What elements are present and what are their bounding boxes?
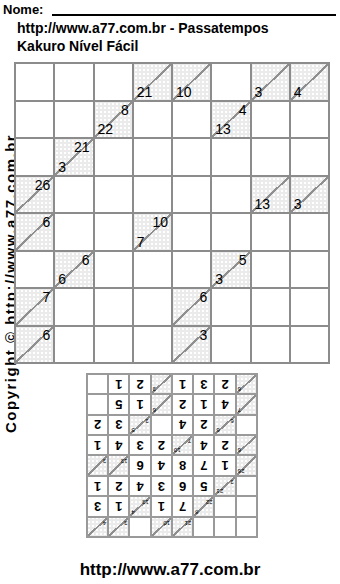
solution-digit-cell: 2 — [87, 415, 108, 435]
block-cell — [215, 517, 236, 537]
clue-cell: 7 — [15, 288, 54, 326]
across-clue: 7 — [42, 290, 50, 304]
entry-cell[interactable] — [172, 138, 211, 176]
solution-digit-cell: 1 — [87, 435, 108, 455]
down-clue: 7 — [137, 235, 145, 249]
clue-cell: 53 — [130, 415, 151, 435]
solution-digit-cell: 3 — [108, 415, 129, 435]
clue-cell: 4 — [290, 63, 329, 101]
block-cell — [290, 326, 329, 364]
down-clue: 21 — [185, 519, 192, 526]
clue-cell: 7 — [236, 394, 257, 414]
entry-cell[interactable] — [54, 288, 93, 326]
across-clue: 6 — [42, 328, 50, 342]
entry-cell[interactable] — [54, 176, 93, 214]
entry-cell[interactable] — [54, 326, 93, 364]
clue-cell: 213 — [54, 138, 93, 176]
across-clue: 26 — [238, 467, 245, 474]
entry-cell[interactable] — [133, 251, 172, 289]
entry-cell[interactable] — [290, 251, 329, 289]
entry-cell[interactable] — [172, 101, 211, 139]
down-clue: 3 — [124, 519, 127, 526]
down-clue: 6 — [230, 417, 233, 424]
across-clue: 21 — [74, 140, 90, 154]
name-label: Nome: — [3, 2, 43, 17]
down-clue: 3 — [215, 272, 223, 286]
down-clue: 3 — [58, 160, 66, 174]
across-clue: 3 — [199, 328, 207, 342]
solution-digit-cell: 4 — [193, 435, 214, 455]
solution-digit-cell: 4 — [215, 394, 236, 414]
entry-cell[interactable] — [133, 101, 172, 139]
solution-digit-cell: 4 — [151, 456, 172, 476]
entry-cell[interactable] — [251, 251, 290, 289]
solution-digit-cell: 1 — [130, 394, 151, 414]
entry-cell[interactable] — [251, 326, 290, 364]
block-cell — [172, 251, 211, 289]
solution-digit-cell: 1 — [108, 374, 129, 394]
solution-digit-cell: 7 — [193, 456, 214, 476]
entry-cell[interactable] — [211, 138, 250, 176]
clue-cell: 3 — [151, 374, 172, 394]
across-clue: 8 — [195, 508, 198, 515]
across-clue: 6 — [42, 215, 50, 229]
solution-digit-cell: 5 — [108, 394, 129, 414]
across-clue: 7 — [238, 406, 241, 413]
clue-cell: 10 — [172, 63, 211, 101]
down-clue: 13 — [215, 122, 231, 136]
solution-digit-cell: 7 — [172, 496, 193, 516]
solution-digit-cell: 1 — [87, 476, 108, 496]
clue-cell: 6 — [151, 394, 172, 414]
clue-cell: 21 — [133, 63, 172, 101]
block-cell — [15, 101, 54, 139]
solution-digit-cell: 3 — [87, 496, 108, 516]
solution-digit-cell: 1 — [215, 456, 236, 476]
kakuro-puzzle-grid: 21103482241321326133610766537663 — [14, 62, 330, 364]
across-clue: 6 — [82, 253, 90, 267]
entry-cell[interactable] — [133, 326, 172, 364]
across-clue: 5 — [239, 253, 247, 267]
clue-cell: 413 — [211, 101, 250, 139]
block-cell — [193, 517, 214, 537]
across-clue: 6 — [238, 385, 241, 392]
clue-cell: 3 — [172, 326, 211, 364]
across-clue: 4 — [239, 103, 247, 117]
clue-cell: 66 — [54, 251, 93, 289]
name-blank-line — [52, 2, 336, 16]
down-clue: 7 — [188, 437, 191, 444]
clue-cell: 3 — [251, 63, 290, 101]
solution-digit-cell: 4 — [172, 415, 193, 435]
entry-cell[interactable] — [54, 213, 93, 251]
across-clue: 26 — [35, 178, 51, 192]
down-clue: 13 — [121, 458, 128, 465]
solution-digit-cell: 3 — [130, 435, 151, 455]
clue-cell: 3 — [87, 456, 108, 476]
solution-digit-cell: 1 — [172, 374, 193, 394]
site-tagline: http://www.a77.com.br - Passatempos — [17, 20, 269, 36]
block-cell — [87, 374, 108, 394]
puzzle-title: Kakuro Nível Fácil — [17, 38, 138, 54]
down-clue: 4 — [103, 519, 106, 526]
solution-digit-cell: 4 — [108, 435, 129, 455]
clue-cell: 6 — [15, 326, 54, 364]
solution-digit-cell: 1 — [108, 496, 129, 516]
clue-cell: 822 — [193, 496, 214, 516]
across-clue: 21 — [217, 487, 224, 494]
clue-cell: 6 — [15, 213, 54, 251]
clue-cell: 3 — [290, 176, 329, 214]
clue-cell: 6 — [236, 374, 257, 394]
down-clue: 22 — [206, 498, 213, 505]
solution-digit-cell: 1 — [151, 496, 172, 516]
solution-digit-cell: 2 — [215, 374, 236, 394]
clue-cell: 822 — [94, 101, 133, 139]
solution-digit-cell: 1 — [193, 394, 214, 414]
across-clue: 10 — [152, 215, 168, 229]
entry-cell[interactable] — [211, 213, 250, 251]
entry-cell[interactable] — [251, 288, 290, 326]
clue-cell: 4 — [87, 517, 108, 537]
entry-cell[interactable] — [251, 101, 290, 139]
solution-digit-cell: 2 — [108, 476, 129, 496]
clue-cell: 66 — [215, 415, 236, 435]
entry-cell[interactable] — [211, 176, 250, 214]
across-clue: 6 — [153, 406, 156, 413]
down-clue: 3 — [230, 478, 233, 485]
kakuro-solution-grid-rotated: 2110348227141313213563421261784613362410… — [86, 373, 258, 538]
clue-cell: 13 — [251, 176, 290, 214]
solution-digit-cell: 4 — [130, 476, 151, 496]
clue-cell: 6 — [236, 435, 257, 455]
across-clue: 10 — [174, 447, 181, 454]
footer-url: http://www.a77.com.br — [0, 560, 340, 580]
block-cell — [236, 476, 257, 496]
block-cell — [87, 394, 108, 414]
clue-cell: 10 — [151, 517, 172, 537]
block-cell — [15, 251, 54, 289]
solution-digit-cell: 2 — [151, 435, 172, 455]
block-cell — [236, 415, 257, 435]
entry-cell[interactable] — [251, 213, 290, 251]
block-cell — [236, 496, 257, 516]
block-cell — [54, 101, 93, 139]
across-clue: 3 — [153, 385, 156, 392]
clue-cell: 13 — [108, 456, 129, 476]
block-cell — [290, 288, 329, 326]
down-clue: 13 — [255, 197, 271, 211]
block-cell — [236, 517, 257, 537]
entry-cell[interactable] — [94, 288, 133, 326]
solution-digit-cell: 5 — [193, 476, 214, 496]
entry-cell[interactable] — [172, 176, 211, 214]
down-clue: 3 — [255, 85, 263, 99]
down-clue: 21 — [137, 85, 153, 99]
block-cell — [15, 63, 54, 101]
clue-cell: 53 — [211, 251, 250, 289]
solution-digit-cell: 2 — [172, 394, 193, 414]
down-clue: 10 — [163, 519, 170, 526]
block-cell — [215, 496, 236, 516]
entry-cell[interactable] — [211, 326, 250, 364]
entry-cell[interactable] — [290, 213, 329, 251]
down-clue: 6 — [58, 272, 66, 286]
down-clue: 22 — [98, 122, 114, 136]
clue-cell: 107 — [133, 213, 172, 251]
clue-cell: 21 — [172, 517, 193, 537]
entry-cell[interactable] — [94, 138, 133, 176]
solution-digit-cell: 3 — [193, 374, 214, 394]
solution-digit-cell: 2 — [215, 435, 236, 455]
clue-cell: 107 — [172, 435, 193, 455]
entry-cell[interactable] — [133, 138, 172, 176]
block-cell — [54, 63, 93, 101]
block-cell — [15, 138, 54, 176]
solution-digit-cell: 8 — [172, 456, 193, 476]
clue-cell: 26 — [236, 456, 257, 476]
entry-cell[interactable] — [211, 288, 250, 326]
entry-cell[interactable] — [133, 288, 172, 326]
down-clue: 13 — [142, 498, 149, 505]
clue-cell: 6 — [172, 288, 211, 326]
down-clue: 4 — [294, 85, 302, 99]
entry-cell[interactable] — [290, 138, 329, 176]
clue-cell: 3 — [108, 517, 129, 537]
solution-digit-cell: 2 — [193, 415, 214, 435]
entry-cell[interactable] — [94, 326, 133, 364]
across-clue: 6 — [217, 426, 220, 433]
entry-cell[interactable] — [133, 176, 172, 214]
down-clue: 3 — [294, 197, 302, 211]
block-cell — [94, 63, 133, 101]
block-cell — [130, 517, 151, 537]
block-cell — [211, 63, 250, 101]
across-clue: 6 — [238, 447, 241, 454]
solution-digit-cell: 6 — [172, 476, 193, 496]
solution-digit-cell: 6 — [130, 456, 151, 476]
clue-cell: 213 — [215, 476, 236, 496]
across-clue: 6 — [199, 290, 207, 304]
clue-cell: 413 — [130, 496, 151, 516]
across-clue: 4 — [132, 508, 135, 515]
entry-cell[interactable] — [251, 138, 290, 176]
clue-cell: 26 — [15, 176, 54, 214]
across-clue: 5 — [132, 426, 135, 433]
across-clue: 8 — [121, 103, 129, 117]
down-clue: 3 — [103, 458, 106, 465]
entry-cell[interactable] — [94, 251, 133, 289]
solution-digit-cell: 3 — [151, 476, 172, 496]
entry-cell[interactable] — [172, 213, 211, 251]
entry-cell[interactable] — [290, 101, 329, 139]
block-cell — [151, 415, 172, 435]
entry-cell[interactable] — [94, 176, 133, 214]
down-clue: 3 — [145, 417, 148, 424]
entry-cell[interactable] — [94, 213, 133, 251]
solution-digit-cell: 2 — [130, 374, 151, 394]
down-clue: 10 — [176, 85, 192, 99]
